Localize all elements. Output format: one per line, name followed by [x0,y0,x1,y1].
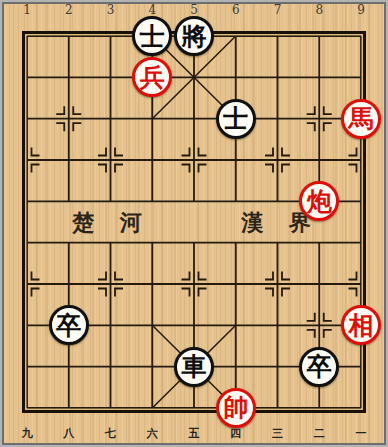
top-file-label: 4 [141,3,163,17]
bottom-file-label: 三 [267,427,289,441]
top-file-label: 7 [267,3,289,17]
top-file-label: 5 [183,3,205,17]
bottom-file-label: 一 [350,427,372,441]
piece-black-advisor[interactable]: 士 [216,99,256,139]
piece-red-general[interactable]: 帥 [216,388,256,428]
top-file-label: 1 [16,3,38,17]
bottom-file-label: 二 [308,427,330,441]
river-text-left: 楚 河 [42,209,172,235]
top-file-label: 2 [58,3,80,17]
top-file-label: 8 [308,3,330,17]
xiangqi-board-screenshot: 123456789 九八七六五四三二一 楚 河 漢 界 士將兵士馬炮卒相車卒帥 [0,0,388,447]
piece-black-general[interactable]: 將 [174,16,214,56]
piece-black-soldier[interactable]: 卒 [49,305,89,345]
piece-black-chariot[interactable]: 車 [174,347,214,387]
bottom-file-label: 九 [16,427,38,441]
top-file-label: 9 [350,3,372,17]
bottom-file-label: 六 [141,427,163,441]
top-file-label: 3 [100,3,122,17]
bottom-file-label: 四 [225,427,247,441]
piece-black-advisor[interactable]: 士 [132,16,172,56]
top-file-label: 6 [225,3,247,17]
piece-red-horse[interactable]: 馬 [341,99,381,139]
bottom-file-label: 五 [183,427,205,441]
bottom-file-label: 八 [58,427,80,441]
bottom-file-label: 七 [100,427,122,441]
piece-black-soldier[interactable]: 卒 [299,347,339,387]
